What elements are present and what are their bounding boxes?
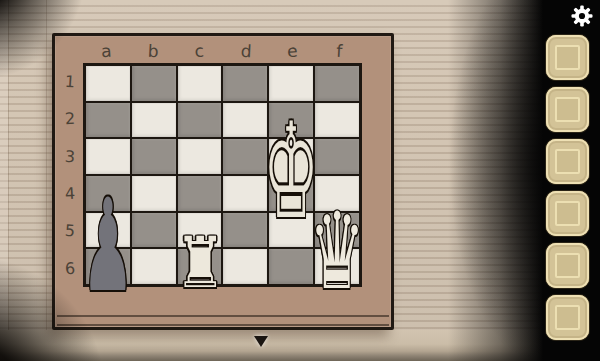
inventory-slot-inner bbox=[555, 45, 580, 70]
inventory-slot-3[interactable] bbox=[546, 139, 589, 184]
scene-down-arrow[interactable] bbox=[254, 336, 268, 347]
file-label-c: c bbox=[175, 38, 223, 63]
inventory-slot-4[interactable] bbox=[546, 191, 589, 236]
file-label-d: d bbox=[222, 39, 270, 63]
file-labels: abcdef bbox=[83, 40, 362, 62]
rank-labels: 123456 bbox=[59, 63, 81, 287]
rank-label-4: 4 bbox=[58, 174, 82, 212]
game-scene: abcdef 123456 ♟♜♚♛ bbox=[0, 0, 600, 361]
inventory-slot-inner bbox=[555, 305, 580, 330]
file-label-a: a bbox=[82, 38, 130, 63]
inventory-slot-inner bbox=[555, 97, 580, 122]
inventory-sidebar bbox=[543, 0, 600, 361]
frame-ledge-line bbox=[57, 324, 389, 326]
file-label-e: e bbox=[268, 38, 316, 63]
wall-edge-highlight bbox=[0, 0, 8, 361]
inventory-slot-inner bbox=[555, 201, 580, 226]
settings-gear-icon[interactable] bbox=[570, 4, 594, 28]
rank-label-6: 6 bbox=[58, 249, 82, 287]
rank-label-1: 1 bbox=[58, 62, 83, 101]
pieces-layer: ♟♜♚♛ bbox=[83, 63, 362, 287]
inventory-slot-inner bbox=[555, 253, 580, 278]
inventory-slot-5[interactable] bbox=[546, 243, 589, 288]
inventory-slot-6[interactable] bbox=[546, 295, 589, 340]
piece-house-c6[interactable]: ♜ bbox=[174, 228, 224, 298]
inventory-slot-2[interactable] bbox=[546, 87, 589, 132]
piece-woman-f6[interactable]: ♛ bbox=[310, 199, 365, 305]
floor-ledge bbox=[0, 330, 600, 361]
rank-label-3: 3 bbox=[58, 137, 83, 176]
frame-ledge-line bbox=[57, 315, 389, 317]
inventory-slot-list bbox=[546, 35, 589, 340]
inventory-slot-1[interactable] bbox=[546, 35, 589, 80]
wall-corner-line bbox=[46, 0, 47, 361]
file-label-b: b bbox=[129, 39, 177, 63]
chess-board-frame: abcdef 123456 ♟♜♚♛ bbox=[52, 33, 394, 330]
rank-label-5: 5 bbox=[58, 212, 83, 251]
wall-corner-line bbox=[8, 0, 9, 361]
file-label-f: f bbox=[315, 39, 363, 63]
rank-label-2: 2 bbox=[58, 100, 82, 138]
inventory-slot-inner bbox=[555, 149, 580, 174]
piece-man-a6[interactable]: ♟ bbox=[82, 182, 135, 310]
